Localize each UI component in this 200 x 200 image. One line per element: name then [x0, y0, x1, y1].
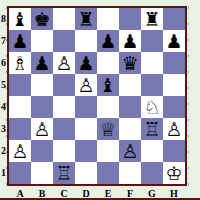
square-d7[interactable]	[75, 30, 97, 52]
square-e4[interactable]	[97, 96, 119, 118]
square-c8[interactable]	[53, 8, 75, 30]
rank-label-4: 4	[0, 96, 7, 118]
rank-label-7: 7	[0, 30, 7, 52]
square-g3[interactable]: ♖	[141, 118, 163, 140]
square-b8[interactable]: ♚	[31, 8, 53, 30]
board-border: ♝♚♜♜♟♟♟♟♗♟♙♟♛♙♝♘♙♕♖♙♙♙♖♔	[7, 6, 187, 186]
square-f2[interactable]: ♙	[119, 140, 141, 162]
rank-label-5: 5	[0, 74, 7, 96]
square-a7[interactable]: ♟	[9, 30, 31, 52]
square-a1[interactable]	[9, 162, 31, 184]
frame-bottom-edge	[0, 198, 200, 200]
square-c7[interactable]	[53, 30, 75, 52]
piece-bB-a8: ♝	[11, 8, 28, 30]
square-b6[interactable]: ♟	[31, 52, 53, 74]
piece-wR-c1: ♖	[55, 162, 72, 184]
square-h4[interactable]	[163, 96, 185, 118]
piece-bP-d6: ♟	[77, 52, 94, 74]
rank-label-3: 3	[0, 118, 7, 140]
square-f4[interactable]	[119, 96, 141, 118]
piece-wK-h1: ♔	[165, 162, 182, 184]
square-h5[interactable]	[163, 74, 185, 96]
square-g6[interactable]	[141, 52, 163, 74]
piece-wN-g4: ♘	[143, 96, 160, 118]
square-e3[interactable]: ♕	[97, 118, 119, 140]
square-b2[interactable]	[31, 140, 53, 162]
square-c6[interactable]: ♙	[53, 52, 75, 74]
chessboard: ♝♚♜♜♟♟♟♟♗♟♙♟♛♙♝♘♙♕♖♙♙♙♖♔	[9, 8, 185, 184]
piece-wP-c6: ♙	[55, 52, 72, 74]
square-f7[interactable]: ♟	[119, 30, 141, 52]
piece-bR-d8: ♜	[77, 8, 94, 30]
square-g1[interactable]	[141, 162, 163, 184]
square-b7[interactable]	[31, 30, 53, 52]
square-e2[interactable]	[97, 140, 119, 162]
piece-bR-g8: ♜	[143, 8, 160, 30]
square-f5[interactable]	[119, 74, 141, 96]
piece-bB-e5: ♝	[99, 74, 116, 96]
square-d1[interactable]	[75, 162, 97, 184]
square-a4[interactable]	[9, 96, 31, 118]
square-f6[interactable]: ♛	[119, 52, 141, 74]
piece-wP-b3: ♙	[33, 118, 50, 140]
square-h6[interactable]	[163, 52, 185, 74]
square-h8[interactable]	[163, 8, 185, 30]
square-h3[interactable]: ♙	[163, 118, 185, 140]
piece-wP-a2: ♙	[11, 140, 28, 162]
square-d6[interactable]: ♟	[75, 52, 97, 74]
square-d4[interactable]	[75, 96, 97, 118]
square-d5[interactable]: ♙	[75, 74, 97, 96]
square-a8[interactable]: ♝	[9, 8, 31, 30]
piece-wP-f2: ♙	[121, 140, 138, 162]
square-e7[interactable]: ♟	[97, 30, 119, 52]
square-d8[interactable]: ♜	[75, 8, 97, 30]
square-a6[interactable]: ♗	[9, 52, 31, 74]
square-g7[interactable]	[141, 30, 163, 52]
square-c3[interactable]	[53, 118, 75, 140]
piece-bP-a7: ♟	[11, 30, 28, 52]
square-c5[interactable]	[53, 74, 75, 96]
piece-bP-b6: ♟	[33, 52, 50, 74]
square-b4[interactable]	[31, 96, 53, 118]
square-e6[interactable]	[97, 52, 119, 74]
square-a5[interactable]	[9, 74, 31, 96]
piece-bQ-f6: ♛	[121, 52, 138, 74]
piece-wP-h3: ♙	[165, 118, 182, 140]
piece-wQ-e3: ♕	[99, 118, 116, 140]
square-g2[interactable]	[141, 140, 163, 162]
rank-label-8: 8	[0, 8, 7, 30]
square-b1[interactable]	[31, 162, 53, 184]
rank-label-1: 1	[0, 162, 7, 184]
square-g8[interactable]: ♜	[141, 8, 163, 30]
square-e5[interactable]: ♝	[97, 74, 119, 96]
square-c1[interactable]: ♖	[53, 162, 75, 184]
square-f1[interactable]	[119, 162, 141, 184]
piece-wB-a6: ♗	[11, 52, 28, 74]
chessboard-frame: 87654321 ♝♚♜♜♟♟♟♟♗♟♙♟♛♙♝♘♙♕♖♙♙♙♖♔ ABCDEF…	[0, 0, 200, 200]
piece-bP-f7: ♟	[121, 30, 138, 52]
square-c4[interactable]	[53, 96, 75, 118]
square-c2[interactable]	[53, 140, 75, 162]
square-e1[interactable]	[97, 162, 119, 184]
square-h2[interactable]	[163, 140, 185, 162]
rank-label-2: 2	[0, 140, 7, 162]
square-g5[interactable]	[141, 74, 163, 96]
square-a3[interactable]	[9, 118, 31, 140]
square-d3[interactable]	[75, 118, 97, 140]
square-g4[interactable]: ♘	[141, 96, 163, 118]
piece-bP-h7: ♟	[165, 30, 182, 52]
square-a2[interactable]: ♙	[9, 140, 31, 162]
square-f8[interactable]	[119, 8, 141, 30]
square-h1[interactable]: ♔	[163, 162, 185, 184]
square-h7[interactable]: ♟	[163, 30, 185, 52]
square-b5[interactable]	[31, 74, 53, 96]
square-f3[interactable]	[119, 118, 141, 140]
square-b3[interactable]: ♙	[31, 118, 53, 140]
rank-label-6: 6	[0, 52, 7, 74]
piece-wP-d5: ♙	[77, 74, 94, 96]
square-d2[interactable]	[75, 140, 97, 162]
piece-bK-b8: ♚	[33, 8, 50, 30]
piece-bP-e7: ♟	[99, 30, 116, 52]
piece-wR-g3: ♖	[143, 118, 160, 140]
square-e8[interactable]	[97, 8, 119, 30]
